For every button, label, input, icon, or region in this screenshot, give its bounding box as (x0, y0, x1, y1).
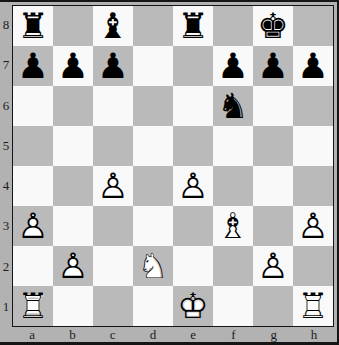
piece-white-king: ♚♔ (173, 286, 213, 326)
black-piece-glyph: ♞ (213, 86, 253, 126)
square-g6[interactable] (253, 86, 293, 126)
white-piece-outline: ♔ (173, 286, 213, 326)
square-b3[interactable] (53, 206, 93, 246)
file-label-d: d (133, 327, 173, 343)
piece-white-pawn: ♟♙ (293, 206, 333, 246)
square-d4[interactable] (133, 166, 173, 206)
black-piece-glyph: ♟ (293, 46, 333, 86)
square-d3[interactable] (133, 206, 173, 246)
square-h6[interactable] (293, 86, 333, 126)
square-e2[interactable] (173, 246, 213, 286)
square-h7[interactable]: ♟ (293, 46, 333, 86)
white-piece-outline: ♖ (293, 286, 333, 326)
piece-black-king: ♚ (253, 6, 293, 46)
square-f7[interactable]: ♟ (213, 46, 253, 86)
piece-white-pawn: ♟♙ (173, 166, 213, 206)
black-piece-glyph: ♟ (213, 46, 253, 86)
rank-label-6: 6 (0, 86, 12, 126)
rank-label-1: 1 (0, 287, 12, 327)
rank-label-4: 4 (0, 166, 12, 206)
white-piece-outline: ♙ (93, 166, 133, 206)
piece-black-pawn: ♟ (13, 46, 53, 86)
square-g2[interactable]: ♟♙ (253, 246, 293, 286)
square-g4[interactable] (253, 166, 293, 206)
piece-white-rook: ♜♖ (293, 286, 333, 326)
piece-white-bishop: ♝♗ (213, 206, 253, 246)
square-d7[interactable] (133, 46, 173, 86)
chess-diagram: 87654321 ♜♝♜♚♟♟♟♟♟♟♞♟♙♟♙♟♙♝♗♟♙♟♙♞♘♟♙♜♖♚♔… (0, 0, 339, 345)
black-piece-glyph: ♟ (13, 46, 53, 86)
square-b2[interactable]: ♟♙ (53, 246, 93, 286)
rank-label-2: 2 (0, 247, 12, 287)
square-g7[interactable]: ♟ (253, 46, 293, 86)
square-h3[interactable]: ♟♙ (293, 206, 333, 246)
square-c4[interactable]: ♟♙ (93, 166, 133, 206)
square-f4[interactable] (213, 166, 253, 206)
square-e4[interactable]: ♟♙ (173, 166, 213, 206)
white-piece-outline: ♙ (253, 246, 293, 286)
square-d8[interactable] (133, 6, 173, 46)
piece-black-pawn: ♟ (293, 46, 333, 86)
black-piece-glyph: ♟ (253, 46, 293, 86)
square-f5[interactable] (213, 126, 253, 166)
white-piece-outline: ♙ (293, 206, 333, 246)
square-f2[interactable] (213, 246, 253, 286)
piece-black-pawn: ♟ (93, 46, 133, 86)
square-b8[interactable] (53, 6, 93, 46)
white-piece-outline: ♘ (133, 246, 173, 286)
square-g8[interactable]: ♚ (253, 6, 293, 46)
square-c7[interactable]: ♟ (93, 46, 133, 86)
black-piece-glyph: ♜ (13, 6, 53, 46)
white-piece-outline: ♖ (13, 286, 53, 326)
rank-label-5: 5 (0, 126, 12, 166)
rank-label-3: 3 (0, 206, 12, 246)
square-d6[interactable] (133, 86, 173, 126)
piece-black-rook: ♜ (173, 6, 213, 46)
square-f8[interactable] (213, 6, 253, 46)
white-piece-outline: ♙ (173, 166, 213, 206)
black-piece-glyph: ♜ (173, 6, 213, 46)
square-h8[interactable] (293, 6, 333, 46)
white-piece-outline: ♙ (53, 246, 93, 286)
rank-label-8: 8 (0, 5, 12, 45)
file-label-b: b (52, 327, 92, 343)
square-h5[interactable] (293, 126, 333, 166)
square-a6[interactable] (13, 86, 53, 126)
piece-white-knight: ♞♘ (133, 246, 173, 286)
file-label-f: f (213, 327, 253, 343)
square-c2[interactable] (93, 246, 133, 286)
black-piece-glyph: ♝ (93, 6, 133, 46)
square-c8[interactable]: ♝ (93, 6, 133, 46)
square-b7[interactable]: ♟ (53, 46, 93, 86)
piece-black-knight: ♞ (213, 86, 253, 126)
square-c3[interactable] (93, 206, 133, 246)
square-h4[interactable] (293, 166, 333, 206)
square-h1[interactable]: ♜♖ (293, 286, 333, 326)
piece-black-pawn: ♟ (253, 46, 293, 86)
file-label-h: h (294, 327, 334, 343)
square-a3[interactable]: ♟♙ (13, 206, 53, 246)
white-piece-outline: ♙ (13, 206, 53, 246)
square-b5[interactable] (53, 126, 93, 166)
square-f3[interactable]: ♝♗ (213, 206, 253, 246)
square-e7[interactable] (173, 46, 213, 86)
square-c6[interactable] (93, 86, 133, 126)
square-b6[interactable] (53, 86, 93, 126)
piece-black-bishop: ♝ (93, 6, 133, 46)
piece-white-rook: ♜♖ (13, 286, 53, 326)
square-d1[interactable] (133, 286, 173, 326)
square-d2[interactable]: ♞♘ (133, 246, 173, 286)
white-piece-outline: ♗ (213, 206, 253, 246)
file-label-c: c (93, 327, 133, 343)
file-label-g: g (254, 327, 294, 343)
piece-white-pawn: ♟♙ (93, 166, 133, 206)
piece-white-pawn: ♟♙ (53, 246, 93, 286)
square-d5[interactable] (133, 126, 173, 166)
square-b1[interactable] (53, 286, 93, 326)
rank-labels: 87654321 (0, 5, 12, 327)
rank-label-7: 7 (0, 45, 12, 85)
square-e6[interactable] (173, 86, 213, 126)
file-label-a: a (12, 327, 52, 343)
square-g5[interactable] (253, 126, 293, 166)
square-b4[interactable] (53, 166, 93, 206)
square-e3[interactable] (173, 206, 213, 246)
square-a2[interactable] (13, 246, 53, 286)
square-f1[interactable] (213, 286, 253, 326)
square-f6[interactable]: ♞ (213, 86, 253, 126)
piece-black-pawn: ♟ (213, 46, 253, 86)
square-c5[interactable] (93, 126, 133, 166)
square-a4[interactable] (13, 166, 53, 206)
black-piece-glyph: ♟ (53, 46, 93, 86)
square-g3[interactable] (253, 206, 293, 246)
piece-white-pawn: ♟♙ (13, 206, 53, 246)
square-e8[interactable]: ♜ (173, 6, 213, 46)
file-labels: abcdefgh (12, 327, 334, 342)
piece-black-rook: ♜ (13, 6, 53, 46)
black-piece-glyph: ♟ (93, 46, 133, 86)
square-e5[interactable] (173, 126, 213, 166)
square-g1[interactable] (253, 286, 293, 326)
square-a5[interactable] (13, 126, 53, 166)
black-piece-glyph: ♚ (253, 6, 293, 46)
square-e1[interactable]: ♚♔ (173, 286, 213, 326)
square-a1[interactable]: ♜♖ (13, 286, 53, 326)
piece-white-pawn: ♟♙ (253, 246, 293, 286)
square-a7[interactable]: ♟ (13, 46, 53, 86)
piece-black-pawn: ♟ (53, 46, 93, 86)
chess-board: ♜♝♜♚♟♟♟♟♟♟♞♟♙♟♙♟♙♝♗♟♙♟♙♞♘♟♙♜♖♚♔♜♖ (12, 5, 334, 327)
square-h2[interactable] (293, 246, 333, 286)
file-label-e: e (173, 327, 213, 343)
square-a8[interactable]: ♜ (13, 6, 53, 46)
square-c1[interactable] (93, 286, 133, 326)
